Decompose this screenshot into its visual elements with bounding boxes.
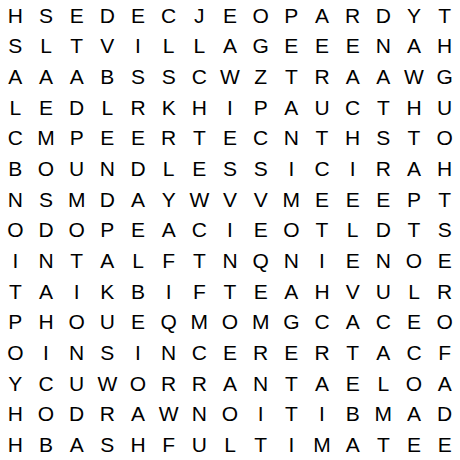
grid-cell[interactable]: A	[368, 61, 399, 92]
grid-cell[interactable]: O	[399, 245, 430, 276]
grid-cell[interactable]: W	[184, 184, 215, 215]
grid-cell[interactable]: T	[61, 31, 92, 62]
grid-cell[interactable]: Q	[245, 245, 276, 276]
grid-cell[interactable]: H	[0, 429, 31, 460]
grid-cell[interactable]: O	[399, 368, 430, 399]
grid-cell[interactable]: C	[184, 337, 215, 368]
grid-cell[interactable]: N	[368, 31, 399, 62]
grid-cell[interactable]: A	[153, 215, 184, 246]
grid-cell[interactable]: R	[307, 337, 338, 368]
grid-cell[interactable]: E	[92, 123, 123, 154]
grid-cell[interactable]: S	[429, 215, 460, 246]
grid-cell[interactable]: M	[184, 307, 215, 338]
grid-cell[interactable]: A	[399, 399, 430, 430]
grid-cell[interactable]: A	[123, 399, 154, 430]
grid-cell[interactable]: H	[31, 307, 62, 338]
grid-cell[interactable]: A	[337, 307, 368, 338]
grid-cell[interactable]: I	[276, 429, 307, 460]
grid-cell[interactable]: B	[337, 399, 368, 430]
grid-cell[interactable]: V	[215, 184, 246, 215]
grid-cell[interactable]: T	[184, 123, 215, 154]
grid-cell[interactable]: A	[399, 153, 430, 184]
grid-cell[interactable]: J	[184, 0, 215, 31]
grid-cell[interactable]: R	[123, 92, 154, 123]
grid-cell[interactable]: D	[92, 0, 123, 31]
grid-cell[interactable]: S	[92, 337, 123, 368]
grid-cell[interactable]: R	[368, 153, 399, 184]
grid-cell[interactable]: O	[0, 337, 31, 368]
grid-cell[interactable]: H	[429, 153, 460, 184]
grid-cell[interactable]: E	[123, 123, 154, 154]
grid-cell[interactable]: E	[184, 153, 215, 184]
grid-cell[interactable]: T	[215, 276, 246, 307]
grid-cell[interactable]: Y	[399, 0, 430, 31]
grid-cell[interactable]: L	[123, 245, 154, 276]
grid-cell[interactable]: O	[61, 307, 92, 338]
grid-cell[interactable]: O	[31, 399, 62, 430]
grid-cell[interactable]: P	[399, 184, 430, 215]
grid-cell[interactable]: B	[0, 153, 31, 184]
grid-cell[interactable]: P	[0, 307, 31, 338]
grid-cell[interactable]: I	[123, 31, 154, 62]
grid-cell[interactable]: O	[31, 153, 62, 184]
grid-cell[interactable]: T	[368, 429, 399, 460]
grid-cell[interactable]: L	[215, 429, 246, 460]
grid-cell[interactable]: E	[123, 307, 154, 338]
grid-cell[interactable]: P	[276, 0, 307, 31]
grid-cell[interactable]: E	[245, 215, 276, 246]
grid-cell[interactable]: N	[368, 245, 399, 276]
grid-cell[interactable]: L	[0, 92, 31, 123]
grid-cell[interactable]: L	[153, 31, 184, 62]
grid-cell[interactable]: L	[31, 31, 62, 62]
grid-cell[interactable]: U	[307, 92, 338, 123]
grid-cell[interactable]: D	[31, 215, 62, 246]
grid-cell[interactable]: F	[429, 337, 460, 368]
grid-cell[interactable]: N	[61, 337, 92, 368]
grid-cell[interactable]: N	[0, 184, 31, 215]
grid-cell[interactable]: R	[307, 61, 338, 92]
grid-cell[interactable]: O	[215, 399, 246, 430]
grid-cell[interactable]: K	[153, 92, 184, 123]
grid-cell[interactable]: E	[215, 337, 246, 368]
grid-cell[interactable]: C	[337, 92, 368, 123]
grid-cell[interactable]: I	[276, 153, 307, 184]
grid-cell[interactable]: O	[123, 368, 154, 399]
grid-cell[interactable]: T	[245, 429, 276, 460]
grid-cell[interactable]: D	[61, 92, 92, 123]
grid-cell[interactable]: I	[307, 245, 338, 276]
grid-cell[interactable]: R	[245, 337, 276, 368]
grid-cell[interactable]: E	[429, 245, 460, 276]
grid-cell[interactable]: L	[153, 153, 184, 184]
grid-cell[interactable]: A	[31, 61, 62, 92]
grid-cell[interactable]: V	[245, 184, 276, 215]
grid-cell[interactable]: K	[92, 276, 123, 307]
grid-cell[interactable]: A	[31, 276, 62, 307]
grid-cell[interactable]: E	[399, 429, 430, 460]
grid-cell[interactable]: U	[429, 92, 460, 123]
grid-cell[interactable]: E	[61, 0, 92, 31]
grid-cell[interactable]: S	[31, 184, 62, 215]
grid-cell[interactable]: S	[123, 61, 154, 92]
grid-cell[interactable]: D	[368, 215, 399, 246]
grid-cell[interactable]: L	[399, 276, 430, 307]
grid-cell[interactable]: A	[368, 337, 399, 368]
grid-cell[interactable]: S	[245, 153, 276, 184]
grid-cell[interactable]: E	[337, 31, 368, 62]
grid-cell[interactable]: M	[276, 184, 307, 215]
grid-cell[interactable]: T	[276, 368, 307, 399]
grid-cell[interactable]: N	[276, 123, 307, 154]
grid-cell[interactable]: E	[123, 215, 154, 246]
grid-cell[interactable]: E	[337, 368, 368, 399]
grid-cell[interactable]: A	[307, 368, 338, 399]
grid-cell[interactable]: O	[429, 123, 460, 154]
grid-cell[interactable]: N	[184, 399, 215, 430]
grid-cell[interactable]: D	[92, 184, 123, 215]
grid-cell[interactable]: R	[429, 276, 460, 307]
grid-cell[interactable]: T	[429, 184, 460, 215]
grid-cell[interactable]: E	[307, 31, 338, 62]
grid-cell[interactable]: I	[61, 276, 92, 307]
grid-cell[interactable]: C	[153, 0, 184, 31]
grid-cell[interactable]: C	[0, 123, 31, 154]
grid-cell[interactable]: T	[276, 399, 307, 430]
grid-cell[interactable]: E	[337, 245, 368, 276]
grid-cell[interactable]: H	[184, 92, 215, 123]
grid-cell[interactable]: C	[184, 215, 215, 246]
grid-cell[interactable]: N	[245, 368, 276, 399]
grid-cell[interactable]: C	[307, 153, 338, 184]
grid-cell[interactable]: E	[31, 92, 62, 123]
grid-cell[interactable]: B	[123, 276, 154, 307]
grid-cell[interactable]: O	[429, 307, 460, 338]
grid-cell[interactable]: O	[245, 0, 276, 31]
grid-cell[interactable]: H	[429, 31, 460, 62]
grid-cell[interactable]: D	[368, 0, 399, 31]
grid-cell[interactable]: E	[337, 184, 368, 215]
grid-cell[interactable]: M	[368, 399, 399, 430]
grid-cell[interactable]: A	[0, 61, 31, 92]
grid-cell[interactable]: N	[153, 337, 184, 368]
grid-cell[interactable]: L	[368, 368, 399, 399]
grid-cell[interactable]: M	[245, 307, 276, 338]
grid-cell[interactable]: D	[61, 399, 92, 430]
grid-cell[interactable]: T	[368, 92, 399, 123]
grid-cell[interactable]: O	[0, 215, 31, 246]
grid-cell[interactable]: I	[153, 276, 184, 307]
grid-cell[interactable]: I	[307, 399, 338, 430]
grid-cell[interactable]: I	[215, 92, 246, 123]
grid-cell[interactable]: A	[337, 61, 368, 92]
grid-cell[interactable]: E	[429, 429, 460, 460]
grid-cell[interactable]: E	[215, 123, 246, 154]
grid-cell[interactable]: H	[123, 429, 154, 460]
grid-cell[interactable]: L	[184, 31, 215, 62]
grid-cell[interactable]: L	[337, 215, 368, 246]
grid-cell[interactable]: U	[184, 429, 215, 460]
word-search-grid: HSEDECJEOPARDYTSLTVILLAGEEENAHAAABSSCWZT…	[0, 0, 460, 460]
grid-cell[interactable]: C	[31, 368, 62, 399]
grid-cell[interactable]: A	[307, 0, 338, 31]
grid-cell[interactable]: U	[92, 307, 123, 338]
grid-cell[interactable]: M	[31, 123, 62, 154]
grid-cell[interactable]: E	[215, 0, 246, 31]
grid-cell[interactable]: S	[215, 153, 246, 184]
grid-cell[interactable]: E	[307, 184, 338, 215]
grid-cell[interactable]: N	[276, 245, 307, 276]
grid-cell[interactable]: M	[307, 429, 338, 460]
grid-cell[interactable]: E	[399, 307, 430, 338]
grid-cell[interactable]: W	[92, 368, 123, 399]
grid-cell[interactable]: T	[276, 61, 307, 92]
grid-cell[interactable]: N	[215, 245, 246, 276]
grid-cell[interactable]: E	[276, 337, 307, 368]
grid-cell[interactable]: Q	[153, 307, 184, 338]
grid-cell[interactable]: A	[399, 31, 430, 62]
grid-cell[interactable]: H	[307, 276, 338, 307]
grid-cell[interactable]: C	[307, 307, 338, 338]
grid-cell[interactable]: H	[337, 123, 368, 154]
grid-cell[interactable]: E	[276, 31, 307, 62]
grid-cell[interactable]: T	[429, 0, 460, 31]
grid-cell[interactable]: Y	[153, 184, 184, 215]
grid-cell[interactable]: V	[92, 31, 123, 62]
grid-cell[interactable]: V	[337, 276, 368, 307]
grid-cell[interactable]: U	[61, 368, 92, 399]
grid-cell[interactable]: W	[399, 61, 430, 92]
grid-cell[interactable]: M	[61, 184, 92, 215]
grid-cell[interactable]: S	[153, 61, 184, 92]
grid-cell[interactable]: F	[153, 245, 184, 276]
grid-cell[interactable]: T	[337, 337, 368, 368]
grid-cell[interactable]: H	[0, 399, 31, 430]
grid-cell[interactable]: E	[245, 276, 276, 307]
grid-cell[interactable]: L	[92, 92, 123, 123]
grid-cell[interactable]: T	[399, 123, 430, 154]
grid-cell[interactable]: I	[215, 215, 246, 246]
grid-cell[interactable]: C	[399, 337, 430, 368]
grid-cell[interactable]: C	[184, 61, 215, 92]
grid-cell[interactable]: A	[276, 92, 307, 123]
grid-cell[interactable]: W	[153, 399, 184, 430]
grid-cell[interactable]: U	[368, 276, 399, 307]
grid-cell[interactable]: T	[184, 245, 215, 276]
grid-cell[interactable]: I	[245, 399, 276, 430]
grid-cell[interactable]: T	[61, 245, 92, 276]
grid-cell[interactable]: N	[31, 245, 62, 276]
grid-cell[interactable]: T	[399, 215, 430, 246]
grid-cell[interactable]: H	[0, 0, 31, 31]
grid-cell[interactable]: I	[31, 337, 62, 368]
grid-cell[interactable]: B	[92, 61, 123, 92]
grid-cell[interactable]: A	[429, 368, 460, 399]
grid-cell[interactable]: U	[61, 153, 92, 184]
grid-cell[interactable]: T	[307, 123, 338, 154]
grid-cell[interactable]: I	[0, 245, 31, 276]
grid-cell[interactable]: R	[92, 399, 123, 430]
grid-cell[interactable]: A	[123, 184, 154, 215]
grid-cell[interactable]: I	[123, 337, 154, 368]
grid-cell[interactable]: A	[61, 429, 92, 460]
grid-cell[interactable]: R	[184, 368, 215, 399]
grid-cell[interactable]: Y	[0, 368, 31, 399]
grid-cell[interactable]: G	[276, 307, 307, 338]
grid-cell[interactable]: A	[215, 368, 246, 399]
grid-cell[interactable]: O	[215, 307, 246, 338]
grid-cell[interactable]: D	[123, 153, 154, 184]
grid-cell[interactable]: H	[399, 92, 430, 123]
grid-cell[interactable]: N	[92, 153, 123, 184]
grid-cell[interactable]: P	[245, 92, 276, 123]
grid-cell[interactable]: A	[276, 276, 307, 307]
grid-cell[interactable]: R	[337, 0, 368, 31]
grid-cell[interactable]: T	[307, 215, 338, 246]
grid-cell[interactable]: I	[337, 153, 368, 184]
grid-cell[interactable]: A	[61, 61, 92, 92]
grid-cell[interactable]: A	[215, 31, 246, 62]
grid-cell[interactable]: S	[31, 0, 62, 31]
grid-cell[interactable]: S	[368, 123, 399, 154]
grid-cell[interactable]: S	[0, 31, 31, 62]
grid-cell[interactable]: G	[429, 61, 460, 92]
grid-cell[interactable]: C	[245, 123, 276, 154]
grid-cell[interactable]: B	[31, 429, 62, 460]
grid-cell[interactable]: G	[245, 31, 276, 62]
grid-cell[interactable]: E	[368, 184, 399, 215]
grid-cell[interactable]: R	[153, 368, 184, 399]
grid-cell[interactable]: R	[153, 123, 184, 154]
grid-cell[interactable]: F	[184, 276, 215, 307]
grid-cell[interactable]: W	[215, 61, 246, 92]
grid-cell[interactable]: P	[92, 215, 123, 246]
grid-cell[interactable]: O	[61, 215, 92, 246]
grid-cell[interactable]: D	[429, 399, 460, 430]
grid-cell[interactable]: P	[61, 123, 92, 154]
grid-cell[interactable]: F	[153, 429, 184, 460]
grid-cell[interactable]: E	[123, 0, 154, 31]
grid-cell[interactable]: T	[0, 276, 31, 307]
grid-cell[interactable]: C	[368, 307, 399, 338]
grid-cell[interactable]: A	[92, 245, 123, 276]
grid-cell[interactable]: O	[276, 215, 307, 246]
grid-cell[interactable]: A	[337, 429, 368, 460]
grid-cell[interactable]: Z	[245, 61, 276, 92]
grid-cell[interactable]: S	[92, 429, 123, 460]
